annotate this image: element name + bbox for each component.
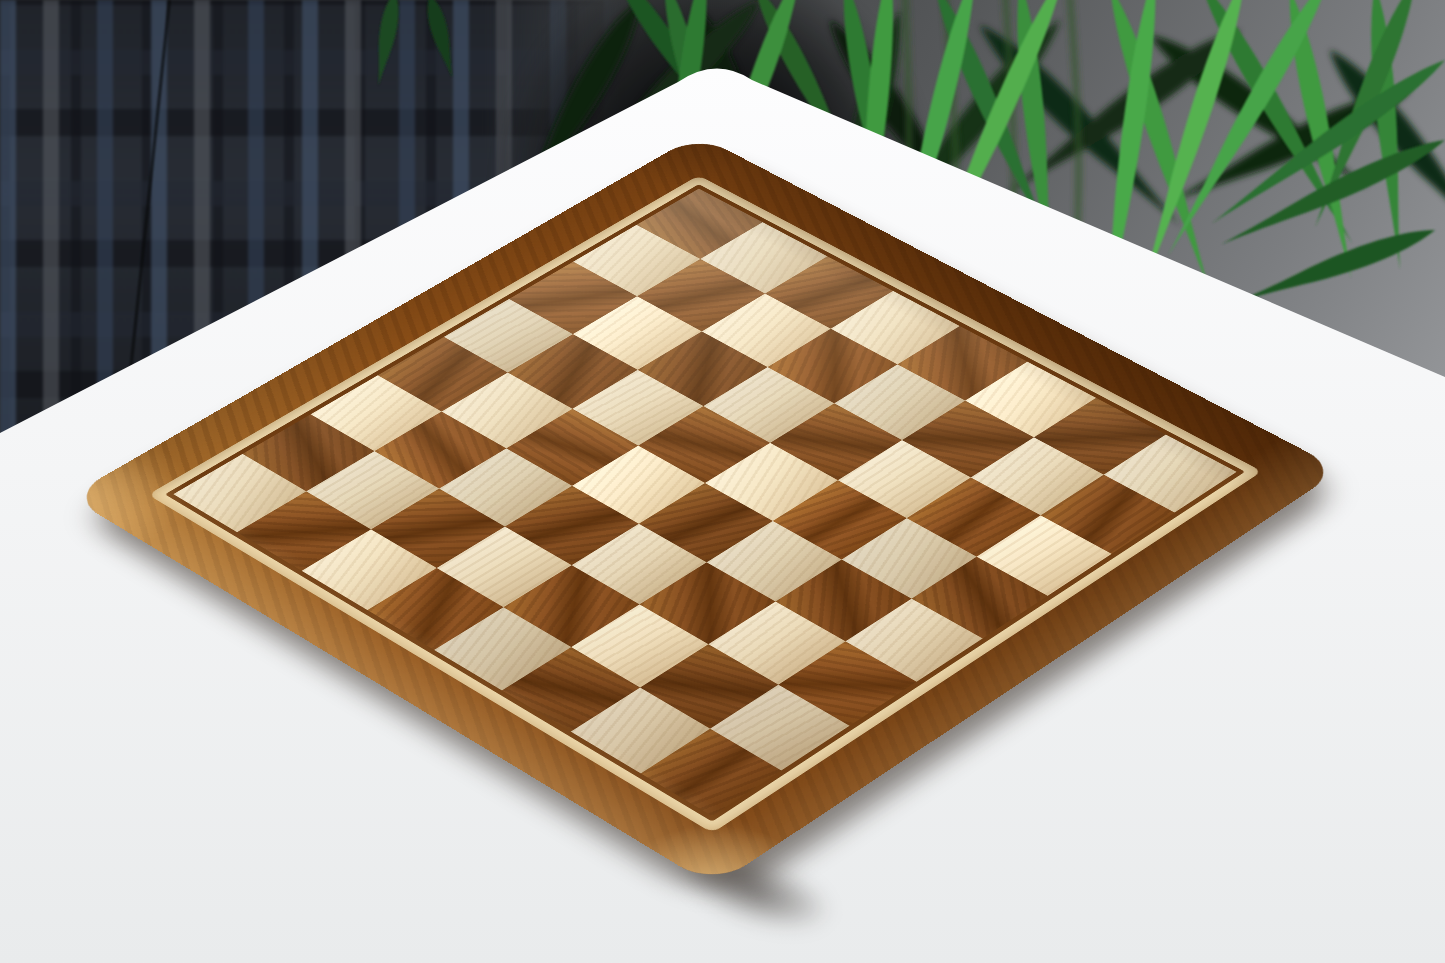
board-perspective-wrap bbox=[0, 0, 1445, 963]
board-grid bbox=[173, 189, 1236, 816]
chess-board bbox=[69, 135, 1342, 887]
photo-stage bbox=[0, 0, 1445, 963]
